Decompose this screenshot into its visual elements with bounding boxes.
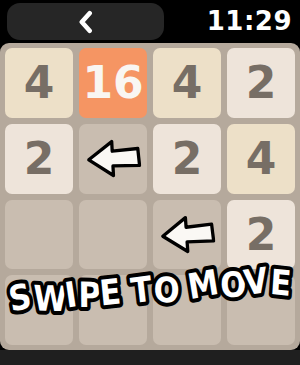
empty-cell: [5, 200, 73, 270]
empty-cell: [5, 275, 73, 345]
tile-4: 4: [153, 48, 221, 118]
watch-screen: 11:29 416422 24 2 SWIPE TO MOVE: [0, 0, 300, 365]
tile-2: 2: [227, 48, 295, 118]
status-bar: 11:29: [0, 0, 300, 43]
empty-cell: [227, 275, 295, 345]
tile-16: 16: [79, 48, 147, 118]
game-board[interactable]: 416422 24 2: [0, 43, 300, 350]
tile-4: 4: [227, 124, 295, 194]
empty-cell: [153, 200, 221, 270]
empty-cell: [153, 275, 221, 345]
empty-cell: [79, 275, 147, 345]
back-button[interactable]: [7, 3, 164, 40]
bottom-bezel: [0, 350, 300, 365]
tile-2: 2: [5, 124, 73, 194]
clock-time: 11:29: [207, 7, 292, 35]
empty-cell: [79, 124, 147, 194]
empty-cell: [79, 200, 147, 270]
left-arrow-icon: [85, 138, 142, 180]
tile-2: 2: [227, 200, 295, 270]
chevron-left-icon: [77, 10, 94, 34]
tile-2: 2: [153, 124, 221, 194]
left-arrow-icon: [158, 213, 216, 256]
tile-4: 4: [5, 48, 73, 118]
